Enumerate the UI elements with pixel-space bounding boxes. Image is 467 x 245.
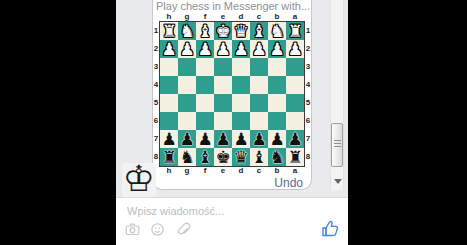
square-e6 xyxy=(214,112,232,130)
piece-wP-g2: ♟ xyxy=(178,40,196,58)
message-input[interactable] xyxy=(125,202,329,220)
square-e2: ♟ xyxy=(214,40,232,58)
piece-bB-c8: ♝ xyxy=(250,148,268,166)
square-a7: ♟ xyxy=(286,130,304,148)
piece-bK-e8: ♚ xyxy=(214,148,232,166)
rank-label-2: 2 xyxy=(305,40,311,58)
messenger-panel: Play chess in Messenger with... hgfedcba… xyxy=(116,0,348,245)
square-g5 xyxy=(178,94,196,112)
file-label-f: f xyxy=(196,167,214,175)
square-g7: ♟ xyxy=(178,130,196,148)
square-d3 xyxy=(232,58,250,76)
square-c5 xyxy=(250,94,268,112)
square-d7: ♟ xyxy=(232,130,250,148)
piece-wN-g1: ♞ xyxy=(178,22,196,40)
rank-label-8: 8 xyxy=(305,148,311,166)
composer xyxy=(116,197,348,245)
rank-label-4: 4 xyxy=(305,76,311,94)
square-h3 xyxy=(160,58,178,76)
square-g1: ♞ xyxy=(178,22,196,40)
square-g3 xyxy=(178,58,196,76)
scrollbar-track[interactable] xyxy=(330,0,344,190)
square-c2: ♟ xyxy=(250,40,268,58)
square-f1: ♝ xyxy=(196,22,214,40)
square-a2: ♟ xyxy=(286,40,304,58)
file-label-h: h xyxy=(160,13,178,21)
square-c7: ♟ xyxy=(250,130,268,148)
piece-wP-b2: ♟ xyxy=(268,40,286,58)
square-a8: ♜ xyxy=(286,148,304,166)
file-label-g: g xyxy=(178,13,196,21)
piece-wP-h2: ♟ xyxy=(160,40,178,58)
white-king-sticker: ♔ xyxy=(122,161,156,195)
piece-wP-e2: ♟ xyxy=(214,40,232,58)
file-label-c: c xyxy=(250,167,268,175)
piece-bN-g8: ♞ xyxy=(178,148,196,166)
square-b3 xyxy=(268,58,286,76)
scrollbar-down-arrow-icon[interactable] xyxy=(334,179,342,184)
square-e4 xyxy=(214,76,232,94)
piece-bP-a7: ♟ xyxy=(286,130,304,148)
piece-bB-f8: ♝ xyxy=(196,148,214,166)
piece-wN-b1: ♞ xyxy=(268,22,286,40)
piece-bP-d7: ♟ xyxy=(232,130,250,148)
piece-bQ-d8: ♛ xyxy=(232,148,250,166)
piece-bP-f7: ♟ xyxy=(196,130,214,148)
undo-button[interactable]: Undo xyxy=(274,176,303,190)
scrollbar-grip xyxy=(334,140,341,147)
file-label-d: d xyxy=(232,167,250,175)
rank-label-7: 7 xyxy=(305,130,311,148)
rank-label-1: 1 xyxy=(305,22,311,40)
square-b4 xyxy=(268,76,286,94)
square-c6 xyxy=(250,112,268,130)
piece-wQ-d1: ♛ xyxy=(232,22,250,40)
square-b6 xyxy=(268,112,286,130)
rank-label-3: 3 xyxy=(305,58,311,76)
like-button[interactable] xyxy=(321,219,340,238)
piece-bR-h8: ♜ xyxy=(160,148,178,166)
piece-bP-e7: ♟ xyxy=(214,130,232,148)
piece-wP-c2: ♟ xyxy=(250,40,268,58)
file-labels-bottom: hgfedcba xyxy=(160,167,304,175)
square-f8: ♝ xyxy=(196,148,214,166)
paperclip-icon[interactable] xyxy=(176,222,191,237)
square-d5 xyxy=(232,94,250,112)
file-label-a: a xyxy=(286,167,304,175)
square-e3 xyxy=(214,58,232,76)
square-f7: ♟ xyxy=(196,130,214,148)
piece-bR-a8: ♜ xyxy=(286,148,304,166)
screenshot-root: Play chess in Messenger with... hgfedcba… xyxy=(0,0,467,245)
square-e8: ♚ xyxy=(214,148,232,166)
white-king-glyph: ♔ xyxy=(123,158,155,199)
square-g6 xyxy=(178,112,196,130)
square-a4 xyxy=(286,76,304,94)
square-b7: ♟ xyxy=(268,130,286,148)
square-b2: ♟ xyxy=(268,40,286,58)
piece-wR-h1: ♜ xyxy=(160,22,178,40)
smiley-icon[interactable] xyxy=(150,222,165,237)
piece-wK-e1: ♚ xyxy=(214,22,232,40)
square-d6 xyxy=(232,112,250,130)
square-e1: ♚ xyxy=(214,22,232,40)
square-b8: ♞ xyxy=(268,148,286,166)
square-d4 xyxy=(232,76,250,94)
piece-bP-b7: ♟ xyxy=(268,130,286,148)
file-label-g: g xyxy=(178,167,196,175)
square-h5 xyxy=(160,94,178,112)
piece-bP-h7: ♟ xyxy=(160,130,178,148)
square-h2: ♟ xyxy=(160,40,178,58)
file-labels-top: hgfedcba xyxy=(160,13,304,21)
piece-wP-a2: ♟ xyxy=(286,40,304,58)
square-e7: ♟ xyxy=(214,130,232,148)
square-f3 xyxy=(196,58,214,76)
file-label-d: d xyxy=(232,13,250,21)
camera-icon[interactable] xyxy=(125,222,140,237)
piece-bN-b8: ♞ xyxy=(268,148,286,166)
square-f4 xyxy=(196,76,214,94)
square-b5 xyxy=(268,94,286,112)
piece-wR-a1: ♜ xyxy=(286,22,304,40)
square-g2: ♟ xyxy=(178,40,196,58)
file-label-b: b xyxy=(268,13,286,21)
square-c4 xyxy=(250,76,268,94)
square-d1: ♛ xyxy=(232,22,250,40)
square-a5 xyxy=(286,94,304,112)
rank-label-5: 5 xyxy=(305,94,311,112)
file-label-f: f xyxy=(196,13,214,21)
square-a3 xyxy=(286,58,304,76)
square-c3 xyxy=(250,58,268,76)
square-f5 xyxy=(196,94,214,112)
piece-wB-f1: ♝ xyxy=(196,22,214,40)
square-h7: ♟ xyxy=(160,130,178,148)
piece-wP-d2: ♟ xyxy=(232,40,250,58)
square-c1: ♝ xyxy=(250,22,268,40)
scrollbar-thumb[interactable] xyxy=(331,123,343,167)
square-d2: ♟ xyxy=(232,40,250,58)
piece-bP-g7: ♟ xyxy=(178,130,196,148)
chess-game-card: Play chess in Messenger with... hgfedcba… xyxy=(152,0,312,190)
piece-bP-c7: ♟ xyxy=(250,130,268,148)
piece-wP-f2: ♟ xyxy=(196,40,214,58)
game-title: Play chess in Messenger with... xyxy=(153,0,311,13)
rank-label-6: 6 xyxy=(305,112,311,130)
square-f2: ♟ xyxy=(196,40,214,58)
square-h1: ♜ xyxy=(160,22,178,40)
black-bar-right xyxy=(348,0,467,245)
square-h6 xyxy=(160,112,178,130)
card-footer: Undo xyxy=(153,175,311,190)
file-label-h: h xyxy=(160,167,178,175)
square-h4 xyxy=(160,76,178,94)
file-label-b: b xyxy=(268,167,286,175)
file-label-a: a xyxy=(286,13,304,21)
square-g8: ♞ xyxy=(178,148,196,166)
square-f6 xyxy=(196,112,214,130)
square-b1: ♞ xyxy=(268,22,286,40)
square-g4 xyxy=(178,76,196,94)
square-a6 xyxy=(286,112,304,130)
square-c8: ♝ xyxy=(250,148,268,166)
square-e5 xyxy=(214,94,232,112)
board-squares: ♜♞♝♚♛♝♞♜♟♟♟♟♟♟♟♟♟♟♟♟♟♟♟♟♜♞♝♚♛♝♞♜ xyxy=(159,21,305,167)
piece-wB-c1: ♝ xyxy=(250,22,268,40)
file-label-c: c xyxy=(250,13,268,21)
rank-labels-right: 12345678 xyxy=(305,22,311,166)
chess-board: hgfedcba 12345678 ♜♞♝♚♛♝♞♜♟♟♟♟♟♟♟♟♟♟♟♟♟♟… xyxy=(153,13,311,175)
square-d8: ♛ xyxy=(232,148,250,166)
square-a1: ♜ xyxy=(286,22,304,40)
file-label-e: e xyxy=(214,13,232,21)
square-h8: ♜ xyxy=(160,148,178,166)
file-label-e: e xyxy=(214,167,232,175)
black-bar-left xyxy=(0,0,116,245)
